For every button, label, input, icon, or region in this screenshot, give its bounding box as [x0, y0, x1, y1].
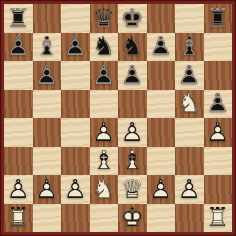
- piece-fill-glyph: ♟: [204, 90, 233, 119]
- piece-fill-glyph: ♚: [118, 204, 147, 233]
- square-c6[interactable]: [61, 61, 90, 90]
- square-h8[interactable]: ♜♖: [204, 4, 233, 33]
- square-g7[interactable]: ♝♗: [175, 33, 204, 62]
- piece-black-knight[interactable]: ♞♘: [118, 33, 147, 62]
- square-g2[interactable]: ♟♙: [175, 175, 204, 204]
- piece-fill-glyph: ♜: [4, 204, 33, 233]
- piece-outline-glyph: ♖: [204, 204, 233, 233]
- square-d2[interactable]: ♞♘: [90, 175, 119, 204]
- piece-fill-glyph: ♟: [118, 61, 147, 90]
- piece-fill-glyph: ♟: [61, 175, 90, 204]
- square-a6[interactable]: [4, 61, 33, 90]
- piece-fill-glyph: ♟: [4, 33, 33, 62]
- piece-white-pawn[interactable]: ♟♙: [4, 175, 33, 204]
- square-h6[interactable]: [204, 61, 233, 90]
- piece-fill-glyph: ♞: [90, 33, 119, 62]
- square-h2[interactable]: [204, 175, 233, 204]
- piece-outline-glyph: ♕: [118, 175, 147, 204]
- piece-outline-glyph: ♙: [175, 61, 204, 90]
- piece-outline-glyph: ♙: [61, 33, 90, 62]
- piece-outline-glyph: ♘: [175, 90, 204, 119]
- piece-fill-glyph: ♝: [90, 147, 119, 176]
- piece-outline-glyph: ♙: [61, 175, 90, 204]
- piece-outline-glyph: ♗: [33, 33, 62, 62]
- square-e2[interactable]: ♛♕: [118, 175, 147, 204]
- piece-black-queen[interactable]: ♛♕: [90, 4, 119, 33]
- piece-fill-glyph: ♟: [61, 33, 90, 62]
- square-g4[interactable]: [175, 118, 204, 147]
- square-c8[interactable]: [61, 4, 90, 33]
- piece-white-pawn[interactable]: ♟♙: [90, 118, 119, 147]
- square-b6[interactable]: ♟♙: [33, 61, 62, 90]
- square-a5[interactable]: [4, 90, 33, 119]
- piece-outline-glyph: ♖: [4, 204, 33, 233]
- piece-black-rook[interactable]: ♜♖: [204, 4, 233, 33]
- piece-white-rook[interactable]: ♜♖: [204, 204, 233, 233]
- piece-fill-glyph: ♛: [90, 4, 119, 33]
- piece-fill-glyph: ♟: [90, 118, 119, 147]
- piece-white-king[interactable]: ♚♔: [118, 204, 147, 233]
- piece-black-pawn[interactable]: ♟♙: [33, 61, 62, 90]
- piece-outline-glyph: ♗: [118, 147, 147, 176]
- piece-outline-glyph: ♙: [90, 118, 119, 147]
- piece-outline-glyph: ♙: [4, 33, 33, 62]
- square-a2[interactable]: ♟♙: [4, 175, 33, 204]
- square-h7[interactable]: [204, 33, 233, 62]
- piece-outline-glyph: ♙: [33, 61, 62, 90]
- piece-outline-glyph: ♔: [118, 204, 147, 233]
- square-a7[interactable]: ♟♙: [4, 33, 33, 62]
- square-g6[interactable]: ♟♙: [175, 61, 204, 90]
- square-a3[interactable]: [4, 147, 33, 176]
- piece-fill-glyph: ♟: [90, 61, 119, 90]
- piece-fill-glyph: ♟: [33, 61, 62, 90]
- piece-outline-glyph: ♕: [90, 4, 119, 33]
- board-frame: ♜♖♛♕♚♔♜♖♟♙♝♗♟♙♞♘♞♘♟♙♝♗♟♙♟♙♟♙♟♙♞♘♟♙♟♙♟♙♟♙…: [0, 0, 236, 236]
- piece-black-pawn[interactable]: ♟♙: [4, 33, 33, 62]
- piece-white-knight[interactable]: ♞♘: [175, 90, 204, 119]
- square-c2[interactable]: ♟♙: [61, 175, 90, 204]
- piece-outline-glyph: ♖: [4, 4, 33, 33]
- square-b1[interactable]: [33, 204, 62, 233]
- piece-outline-glyph: ♙: [204, 118, 233, 147]
- piece-fill-glyph: ♞: [175, 90, 204, 119]
- piece-black-pawn[interactable]: ♟♙: [147, 33, 176, 62]
- square-f1[interactable]: [147, 204, 176, 233]
- square-h1[interactable]: ♜♖: [204, 204, 233, 233]
- piece-black-pawn[interactable]: ♟♙: [175, 61, 204, 90]
- piece-black-bishop[interactable]: ♝♗: [33, 33, 62, 62]
- piece-black-rook[interactable]: ♜♖: [4, 4, 33, 33]
- square-f6[interactable]: [147, 61, 176, 90]
- piece-outline-glyph: ♘: [90, 33, 119, 62]
- square-h3[interactable]: [204, 147, 233, 176]
- piece-fill-glyph: ♜: [204, 204, 233, 233]
- square-d1[interactable]: [90, 204, 119, 233]
- piece-outline-glyph: ♘: [118, 33, 147, 62]
- piece-fill-glyph: ♞: [90, 175, 119, 204]
- square-g3[interactable]: [175, 147, 204, 176]
- square-a4[interactable]: [4, 118, 33, 147]
- piece-outline-glyph: ♙: [90, 61, 119, 90]
- chess-board: ♜♖♛♕♚♔♜♖♟♙♝♗♟♙♞♘♞♘♟♙♝♗♟♙♟♙♟♙♟♙♞♘♟♙♟♙♟♙♟♙…: [4, 4, 232, 232]
- piece-white-pawn[interactable]: ♟♙: [61, 175, 90, 204]
- square-f3[interactable]: [147, 147, 176, 176]
- piece-outline-glyph: ♗: [90, 147, 119, 176]
- piece-black-pawn[interactable]: ♟♙: [118, 61, 147, 90]
- square-d3[interactable]: ♝♗: [90, 147, 119, 176]
- square-d7[interactable]: ♞♘: [90, 33, 119, 62]
- piece-outline-glyph: ♖: [204, 4, 233, 33]
- square-b2[interactable]: ♟♙: [33, 175, 62, 204]
- piece-fill-glyph: ♛: [118, 175, 147, 204]
- square-h4[interactable]: ♟♙: [204, 118, 233, 147]
- piece-fill-glyph: ♝: [118, 147, 147, 176]
- square-e6[interactable]: ♟♙: [118, 61, 147, 90]
- piece-black-knight[interactable]: ♞♘: [90, 33, 119, 62]
- piece-fill-glyph: ♜: [4, 4, 33, 33]
- square-f5[interactable]: [147, 90, 176, 119]
- square-c3[interactable]: [61, 147, 90, 176]
- piece-white-bishop[interactable]: ♝♗: [118, 147, 147, 176]
- square-f4[interactable]: [147, 118, 176, 147]
- square-b7[interactable]: ♝♗: [33, 33, 62, 62]
- piece-white-pawn[interactable]: ♟♙: [175, 175, 204, 204]
- piece-fill-glyph: ♞: [118, 33, 147, 62]
- piece-white-pawn[interactable]: ♟♙: [147, 175, 176, 204]
- piece-fill-glyph: ♚: [118, 4, 147, 33]
- square-a1[interactable]: ♜♖: [4, 204, 33, 233]
- piece-outline-glyph: ♘: [90, 175, 119, 204]
- piece-fill-glyph: ♟: [175, 175, 204, 204]
- piece-outline-glyph: ♔: [118, 4, 147, 33]
- piece-black-bishop[interactable]: ♝♗: [175, 33, 204, 62]
- square-e1[interactable]: ♚♔: [118, 204, 147, 233]
- piece-white-queen[interactable]: ♛♕: [118, 175, 147, 204]
- piece-white-pawn[interactable]: ♟♙: [33, 175, 62, 204]
- square-e4[interactable]: ♟♙: [118, 118, 147, 147]
- piece-black-pawn[interactable]: ♟♙: [204, 90, 233, 119]
- piece-black-pawn[interactable]: ♟♙: [90, 61, 119, 90]
- piece-fill-glyph: ♟: [204, 118, 233, 147]
- piece-outline-glyph: ♙: [175, 175, 204, 204]
- square-f2[interactable]: ♟♙: [147, 175, 176, 204]
- piece-outline-glyph: ♗: [175, 33, 204, 62]
- piece-fill-glyph: ♟: [147, 175, 176, 204]
- piece-outline-glyph: ♙: [33, 175, 62, 204]
- piece-fill-glyph: ♟: [147, 33, 176, 62]
- piece-fill-glyph: ♟: [33, 175, 62, 204]
- square-c7[interactable]: ♟♙: [61, 33, 90, 62]
- piece-fill-glyph: ♟: [118, 118, 147, 147]
- square-g5[interactable]: ♞♘: [175, 90, 204, 119]
- piece-white-pawn[interactable]: ♟♙: [118, 118, 147, 147]
- square-d8[interactable]: ♛♕: [90, 4, 119, 33]
- piece-fill-glyph: ♜: [204, 4, 233, 33]
- piece-fill-glyph: ♝: [33, 33, 62, 62]
- square-d6[interactable]: ♟♙: [90, 61, 119, 90]
- piece-black-pawn[interactable]: ♟♙: [61, 33, 90, 62]
- square-d4[interactable]: ♟♙: [90, 118, 119, 147]
- piece-fill-glyph: ♝: [175, 33, 204, 62]
- square-b5[interactable]: [33, 90, 62, 119]
- square-g8[interactable]: [175, 4, 204, 33]
- square-d5[interactable]: [90, 90, 119, 119]
- square-c4[interactable]: [61, 118, 90, 147]
- piece-white-knight[interactable]: ♞♘: [90, 175, 119, 204]
- piece-outline-glyph: ♙: [147, 175, 176, 204]
- piece-outline-glyph: ♙: [147, 33, 176, 62]
- square-e5[interactable]: [118, 90, 147, 119]
- square-f8[interactable]: [147, 4, 176, 33]
- piece-outline-glyph: ♙: [204, 90, 233, 119]
- piece-white-pawn[interactable]: ♟♙: [204, 118, 233, 147]
- piece-outline-glyph: ♙: [118, 61, 147, 90]
- square-a8[interactable]: ♜♖: [4, 4, 33, 33]
- square-e8[interactable]: ♚♔: [118, 4, 147, 33]
- piece-fill-glyph: ♟: [175, 61, 204, 90]
- piece-outline-glyph: ♙: [118, 118, 147, 147]
- square-b3[interactable]: [33, 147, 62, 176]
- piece-white-rook[interactable]: ♜♖: [4, 204, 33, 233]
- piece-black-king[interactable]: ♚♔: [118, 4, 147, 33]
- square-e3[interactable]: ♝♗: [118, 147, 147, 176]
- square-c5[interactable]: [61, 90, 90, 119]
- piece-white-bishop[interactable]: ♝♗: [90, 147, 119, 176]
- piece-outline-glyph: ♙: [4, 175, 33, 204]
- square-e7[interactable]: ♞♘: [118, 33, 147, 62]
- square-b4[interactable]: [33, 118, 62, 147]
- square-c1[interactable]: [61, 204, 90, 233]
- piece-fill-glyph: ♟: [4, 175, 33, 204]
- square-h5[interactable]: ♟♙: [204, 90, 233, 119]
- square-b8[interactable]: [33, 4, 62, 33]
- square-f7[interactable]: ♟♙: [147, 33, 176, 62]
- square-g1[interactable]: [175, 204, 204, 233]
